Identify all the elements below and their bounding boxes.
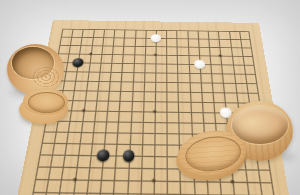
bowl-lid-left-top: [23, 88, 68, 115]
wood-knot: [33, 67, 59, 87]
black-stone-F6: [97, 149, 110, 161]
white-stone-K18: [151, 34, 161, 42]
black-stone-H6: [122, 150, 135, 162]
black-stone-C15: [72, 58, 84, 67]
bowl-lid-left-ring: [28, 92, 65, 113]
stone-bowl-left: [7, 44, 64, 95]
white-stone-O15: [194, 60, 205, 69]
go-set-photo: [0, 0, 300, 195]
